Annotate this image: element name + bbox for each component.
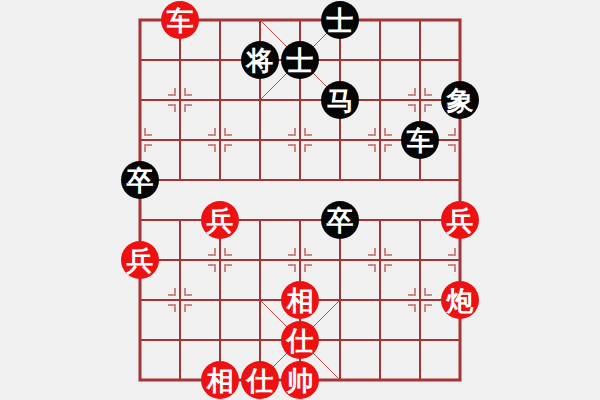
piece-black-elephant[interactable]: 象: [441, 81, 479, 119]
piece-black-chariot[interactable]: 车: [401, 121, 439, 159]
piece-red-advisor[interactable]: 仕: [281, 321, 319, 359]
piece-black-horse[interactable]: 马: [321, 81, 359, 119]
piece-black-general[interactable]: 将: [241, 41, 279, 79]
piece-black-soldier[interactable]: 卒: [321, 201, 359, 239]
piece-red-soldier[interactable]: 兵: [201, 201, 239, 239]
piece-red-elephant[interactable]: 相: [281, 281, 319, 319]
piece-red-elephant[interactable]: 相: [201, 361, 239, 399]
piece-red-cannon[interactable]: 炮: [441, 281, 479, 319]
piece-red-general[interactable]: 帅: [281, 361, 319, 399]
piece-red-soldier[interactable]: 兵: [441, 201, 479, 239]
piece-red-advisor[interactable]: 仕: [241, 361, 279, 399]
xiangqi-board: 车士将士马象车卒兵卒兵兵相炮仕相仕帅: [120, 0, 480, 400]
piece-black-advisor[interactable]: 士: [281, 41, 319, 79]
xiangqi-app: 车士将士马象车卒兵卒兵兵相炮仕相仕帅: [0, 0, 600, 400]
piece-red-soldier[interactable]: 兵: [121, 241, 159, 279]
piece-black-advisor[interactable]: 士: [321, 1, 359, 39]
piece-black-soldier[interactable]: 卒: [121, 161, 159, 199]
piece-red-chariot[interactable]: 车: [161, 1, 199, 39]
